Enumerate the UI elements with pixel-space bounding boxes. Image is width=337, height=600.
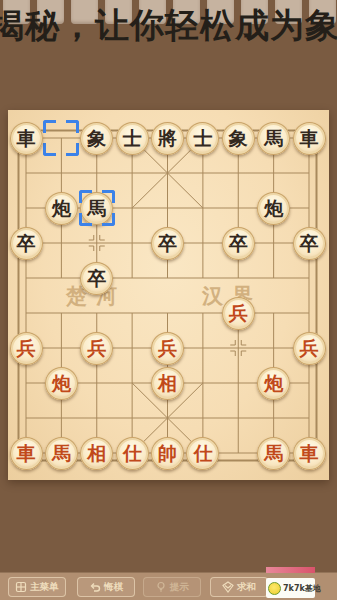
7k7k-logo-badge[interactable]: 7k7k基地 [266, 578, 315, 598]
piece-black-士[interactable]: 士 [186, 122, 219, 155]
piece-red-兵[interactable]: 兵 [151, 332, 184, 365]
offer-draw-label: 求和 [237, 581, 256, 594]
piece-black-炮[interactable]: 炮 [257, 192, 290, 225]
piece-black-炮[interactable]: 炮 [45, 192, 78, 225]
piece-black-象[interactable]: 象 [80, 122, 113, 155]
piece-red-仕[interactable]: 仕 [116, 437, 149, 470]
hint-button[interactable]: 提示 [143, 577, 201, 597]
7k7k-logo-icon [268, 582, 281, 595]
logo-ribbon [266, 567, 315, 573]
piece-black-馬[interactable]: 馬 [80, 192, 113, 225]
main-menu-button[interactable]: 主菜单 [8, 577, 66, 597]
piece-black-卒[interactable]: 卒 [10, 227, 43, 260]
piece-black-卒[interactable]: 卒 [151, 227, 184, 260]
xiangqi-board[interactable]: 楚河 汉界 車象士將士象馬車炮馬炮卒卒卒卒卒兵兵兵兵兵炮相炮車馬相仕帥仕馬車 [8, 110, 329, 480]
draw-icon [222, 581, 234, 593]
undo-move-label: 悔棋 [104, 581, 123, 594]
piece-black-象[interactable]: 象 [222, 122, 255, 155]
piece-black-士[interactable]: 士 [116, 122, 149, 155]
piece-black-馬[interactable]: 馬 [257, 122, 290, 155]
xiangqi-game-page: { "game": "xiangqi", "banner": { "text":… [0, 0, 337, 600]
hint-icon [155, 581, 167, 593]
piece-red-兵[interactable]: 兵 [10, 332, 43, 365]
piece-red-兵[interactable]: 兵 [293, 332, 326, 365]
piece-red-相[interactable]: 相 [80, 437, 113, 470]
piece-red-馬[interactable]: 馬 [45, 437, 78, 470]
piece-red-仕[interactable]: 仕 [186, 437, 219, 470]
piece-red-相[interactable]: 相 [151, 367, 184, 400]
article-title-text: 揭秘，让你轻松成为象棋高手， [0, 3, 337, 49]
piece-red-炮[interactable]: 炮 [257, 367, 290, 400]
piece-red-車[interactable]: 車 [293, 437, 326, 470]
article-title-banner: 揭秘，让你轻松成为象棋高手， [0, 0, 337, 58]
hint-label: 提示 [170, 581, 189, 594]
menu-icon [15, 581, 27, 593]
piece-black-車[interactable]: 車 [293, 122, 326, 155]
piece-red-帥[interactable]: 帥 [151, 437, 184, 470]
piece-black-卒[interactable]: 卒 [80, 262, 113, 295]
undo-icon [89, 581, 101, 593]
piece-red-兵[interactable]: 兵 [80, 332, 113, 365]
undo-move-button[interactable]: 悔棋 [77, 577, 135, 597]
main-menu-label: 主菜单 [30, 581, 59, 594]
board-grid [8, 110, 329, 480]
piece-black-卒[interactable]: 卒 [293, 227, 326, 260]
piece-black-卒[interactable]: 卒 [222, 227, 255, 260]
piece-red-兵[interactable]: 兵 [222, 297, 255, 330]
piece-red-車[interactable]: 車 [10, 437, 43, 470]
7k7k-logo-text: 7k7k基地 [283, 583, 321, 594]
piece-red-馬[interactable]: 馬 [257, 437, 290, 470]
offer-draw-button[interactable]: 求和 [210, 577, 268, 597]
game-toolbar: 主菜单 悔棋 提示 求和 7k7k基地 [0, 572, 337, 600]
piece-red-炮[interactable]: 炮 [45, 367, 78, 400]
piece-black-將[interactable]: 將 [151, 122, 184, 155]
piece-black-車[interactable]: 車 [10, 122, 43, 155]
